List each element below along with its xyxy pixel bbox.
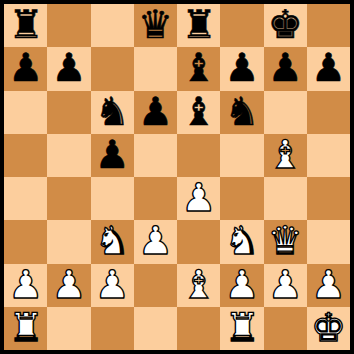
square-e7[interactable]: ♝ [177, 47, 220, 90]
square-c1[interactable] [91, 307, 134, 350]
piece-white-bishop: ♝ [268, 135, 303, 174]
piece-black-rook: ♜ [8, 5, 43, 44]
chess-diagram: ♜♛♜♚♟♟♝♟♟♟♞♟♝♞♟♝♟♞♟♞♛♟♟♟♝♟♟♟♜♜♚ [0, 0, 354, 354]
square-d4[interactable] [134, 177, 177, 220]
square-e1[interactable] [177, 307, 220, 350]
square-b8[interactable] [47, 4, 90, 47]
square-f2[interactable]: ♟ [220, 264, 263, 307]
piece-white-rook: ♜ [8, 308, 43, 347]
piece-white-queen: ♛ [268, 221, 303, 260]
square-a1[interactable]: ♜ [4, 307, 47, 350]
square-f1[interactable]: ♜ [220, 307, 263, 350]
square-h6[interactable] [307, 91, 350, 134]
square-g2[interactable]: ♟ [264, 264, 307, 307]
piece-black-bishop: ♝ [181, 92, 216, 131]
square-e8[interactable]: ♜ [177, 4, 220, 47]
square-a7[interactable]: ♟ [4, 47, 47, 90]
piece-white-king: ♚ [311, 308, 346, 347]
piece-white-pawn: ♟ [51, 265, 86, 304]
piece-black-rook: ♜ [181, 5, 216, 44]
piece-black-pawn: ♟ [51, 48, 86, 87]
piece-black-pawn: ♟ [8, 48, 43, 87]
square-d7[interactable] [134, 47, 177, 90]
square-b4[interactable] [47, 177, 90, 220]
square-b7[interactable]: ♟ [47, 47, 90, 90]
square-d6[interactable]: ♟ [134, 91, 177, 134]
square-g5[interactable]: ♝ [264, 134, 307, 177]
square-g1[interactable] [264, 307, 307, 350]
square-g6[interactable] [264, 91, 307, 134]
piece-white-pawn: ♟ [181, 178, 216, 217]
square-f8[interactable] [220, 4, 263, 47]
square-e3[interactable] [177, 220, 220, 263]
square-g7[interactable]: ♟ [264, 47, 307, 90]
square-f6[interactable]: ♞ [220, 91, 263, 134]
square-a3[interactable] [4, 220, 47, 263]
square-c5[interactable]: ♟ [91, 134, 134, 177]
square-a5[interactable] [4, 134, 47, 177]
piece-black-pawn: ♟ [268, 48, 303, 87]
square-f4[interactable] [220, 177, 263, 220]
square-a4[interactable] [4, 177, 47, 220]
piece-white-bishop: ♝ [181, 265, 216, 304]
piece-white-pawn: ♟ [311, 265, 346, 304]
square-c7[interactable] [91, 47, 134, 90]
square-b1[interactable] [47, 307, 90, 350]
square-a6[interactable] [4, 91, 47, 134]
square-h3[interactable] [307, 220, 350, 263]
square-c6[interactable]: ♞ [91, 91, 134, 134]
square-h8[interactable] [307, 4, 350, 47]
square-g4[interactable] [264, 177, 307, 220]
piece-black-knight: ♞ [95, 92, 130, 131]
square-f5[interactable] [220, 134, 263, 177]
square-b3[interactable] [47, 220, 90, 263]
piece-black-pawn: ♟ [95, 135, 130, 174]
square-c8[interactable] [91, 4, 134, 47]
square-c2[interactable]: ♟ [91, 264, 134, 307]
piece-white-pawn: ♟ [8, 265, 43, 304]
chess-board: ♜♛♜♚♟♟♝♟♟♟♞♟♝♞♟♝♟♞♟♞♛♟♟♟♝♟♟♟♜♜♚ [0, 0, 354, 354]
square-d2[interactable] [134, 264, 177, 307]
square-f7[interactable]: ♟ [220, 47, 263, 90]
square-g8[interactable]: ♚ [264, 4, 307, 47]
piece-black-pawn: ♟ [138, 92, 173, 131]
square-e2[interactable]: ♝ [177, 264, 220, 307]
square-d1[interactable] [134, 307, 177, 350]
piece-black-bishop: ♝ [181, 48, 216, 87]
piece-white-rook: ♜ [224, 308, 259, 347]
square-a8[interactable]: ♜ [4, 4, 47, 47]
piece-white-knight: ♞ [95, 221, 130, 260]
square-e6[interactable]: ♝ [177, 91, 220, 134]
square-b6[interactable] [47, 91, 90, 134]
square-a2[interactable]: ♟ [4, 264, 47, 307]
square-h5[interactable] [307, 134, 350, 177]
square-c4[interactable] [91, 177, 134, 220]
piece-black-pawn: ♟ [224, 48, 259, 87]
piece-white-pawn: ♟ [138, 221, 173, 260]
piece-black-queen: ♛ [138, 5, 173, 44]
square-h1[interactable]: ♚ [307, 307, 350, 350]
square-b2[interactable]: ♟ [47, 264, 90, 307]
square-f3[interactable]: ♞ [220, 220, 263, 263]
piece-white-knight: ♞ [224, 221, 259, 260]
square-e5[interactable] [177, 134, 220, 177]
square-c3[interactable]: ♞ [91, 220, 134, 263]
square-h2[interactable]: ♟ [307, 264, 350, 307]
square-g3[interactable]: ♛ [264, 220, 307, 263]
square-h7[interactable]: ♟ [307, 47, 350, 90]
square-d8[interactable]: ♛ [134, 4, 177, 47]
square-d5[interactable] [134, 134, 177, 177]
square-e4[interactable]: ♟ [177, 177, 220, 220]
square-h4[interactable] [307, 177, 350, 220]
piece-black-pawn: ♟ [311, 48, 346, 87]
piece-white-pawn: ♟ [268, 265, 303, 304]
piece-black-knight: ♞ [224, 92, 259, 131]
square-d3[interactable]: ♟ [134, 220, 177, 263]
square-b5[interactable] [47, 134, 90, 177]
piece-white-pawn: ♟ [95, 265, 130, 304]
piece-black-king: ♚ [268, 5, 303, 44]
piece-white-pawn: ♟ [224, 265, 259, 304]
